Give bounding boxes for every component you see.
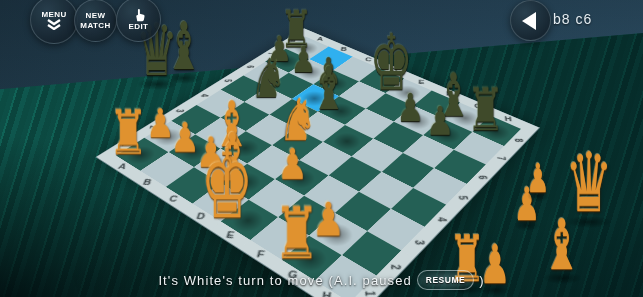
turn-status-text: It's White's turn to move (A.I. paused bbox=[158, 273, 411, 288]
status-bar: It's White's turn to move (A.I. paused R… bbox=[0, 270, 643, 290]
white-rook-g1[interactable]: ♜ bbox=[274, 197, 320, 269]
black-rook-h8[interactable]: ♜ bbox=[466, 80, 504, 139]
app-screen: ABCDEFGH8877665544332211ABCDEFGH♜♚♝♜♟♟♟♟… bbox=[0, 0, 643, 297]
white-pawn-e3[interactable]: ♟ bbox=[277, 143, 308, 186]
white-king-e1[interactable]: ♚ bbox=[201, 137, 254, 232]
edit-button-label: EDIT bbox=[129, 22, 149, 31]
white-rook-a1[interactable]: ♜ bbox=[108, 101, 148, 163]
menu-button-label: MENU bbox=[41, 10, 66, 19]
turn-status-text-close: ) bbox=[479, 273, 484, 288]
resume-button[interactable]: RESUME bbox=[417, 270, 474, 290]
black-pawn-g7[interactable]: ♟ bbox=[426, 101, 454, 141]
last-move-label: b8 c6 bbox=[553, 11, 592, 27]
new-match-line1: NEW bbox=[86, 11, 106, 20]
back-arrow-icon bbox=[522, 12, 536, 30]
new-match-button[interactable]: NEW MATCH bbox=[74, 0, 117, 42]
captured-white-queen: ♛ bbox=[565, 142, 613, 224]
hand-cursor-icon bbox=[132, 8, 146, 22]
captured-white-pawn: ♟ bbox=[526, 158, 549, 198]
new-match-line2: MATCH bbox=[80, 21, 110, 30]
undo-move-button[interactable] bbox=[510, 0, 551, 41]
black-pawn-f7[interactable]: ♟ bbox=[396, 88, 424, 127]
captured-black-bishop: ♝ bbox=[165, 14, 203, 80]
menu-button[interactable]: MENU bbox=[30, 0, 78, 44]
double-chevron-down-icon bbox=[46, 19, 62, 30]
